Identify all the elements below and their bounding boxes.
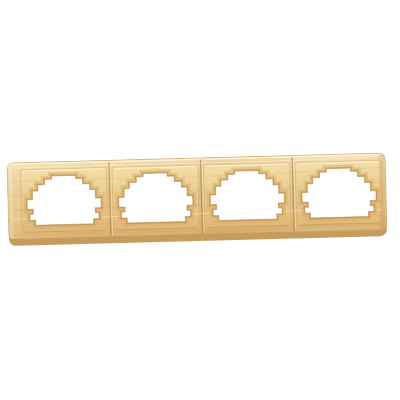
product-photo: [0, 0, 400, 400]
frame-group: [7, 153, 387, 246]
switch-frame-image: [0, 0, 400, 400]
